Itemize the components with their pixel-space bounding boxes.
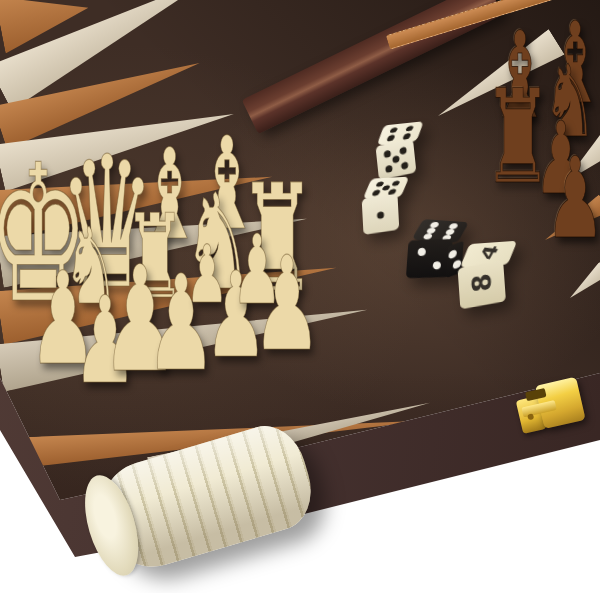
white-die-1-pip [405,125,414,131]
white-die-2-pip [371,190,380,196]
white-die-1-pip [387,135,396,141]
black-die-pip [433,261,442,269]
black-die-pip [422,233,433,239]
white-die-1-pip [383,149,391,157]
black-die-pip [418,248,427,256]
doubling-cube[interactable]: 48 [456,241,516,307]
white-die-1-pip [390,127,399,133]
white-die-2[interactable] [361,177,408,233]
dark-pawn[interactable]: ♟ [541,142,600,254]
white-die-1-pip [385,164,393,172]
white-die-2-front-face [362,194,400,235]
doubling-cube-front-value: 8 [466,272,496,294]
light-pawn[interactable]: ♟ [248,239,326,369]
white-die-1-pip [399,146,407,154]
doubling-cube-top-value: 4 [474,245,504,262]
white-die-1-pip [392,155,400,163]
white-die-1-pip [401,161,409,169]
white-die-2-pip [392,180,401,186]
white-die-1-front-face [375,138,416,180]
white-die-2-pip [377,211,384,219]
white-die-1[interactable] [373,122,424,179]
black-die-pip [448,249,457,260]
backgammon-case-photo: ♚♛♝♝♜♞♜♞♟♟♟♟♟♟♟♟♝♝♞♜♟♟ 48 [0,0,600,593]
doubling-cube-front-face: 8 [458,260,506,309]
